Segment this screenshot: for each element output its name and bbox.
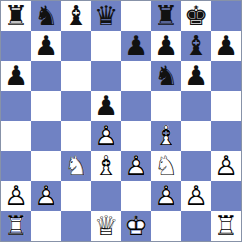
piece-black-pawn[interactable]: ♟ (211, 31, 241, 61)
piece-black-knight[interactable]: ♞ (151, 61, 181, 91)
piece-black-king[interactable]: ♚ (181, 1, 211, 31)
piece-white-pawn[interactable]: ♙ (31, 181, 61, 211)
piece-white-king[interactable]: ♔ (121, 211, 151, 241)
square-d3[interactable]: ♝♗ (91, 151, 121, 181)
square-g3[interactable] (181, 151, 211, 181)
piece-white-bishop[interactable]: ♗ (151, 121, 181, 151)
square-d5[interactable]: ♟ (91, 91, 121, 121)
square-h2[interactable] (211, 181, 241, 211)
square-c3[interactable]: ♞♘ (61, 151, 91, 181)
square-b4[interactable] (31, 121, 61, 151)
square-f3[interactable]: ♞♘ (151, 151, 181, 181)
square-b7[interactable]: ♟ (31, 31, 61, 61)
square-c4[interactable] (61, 121, 91, 151)
piece-black-rook[interactable]: ♜ (151, 1, 181, 31)
square-h7[interactable]: ♟ (211, 31, 241, 61)
square-e7[interactable]: ♟ (121, 31, 151, 61)
square-a2[interactable]: ♟♙ (1, 181, 31, 211)
piece-black-bishop[interactable]: ♝ (61, 1, 91, 31)
piece-white-pawn[interactable]: ♙ (211, 151, 241, 181)
square-g5[interactable] (181, 91, 211, 121)
square-e4[interactable] (121, 121, 151, 151)
square-a3[interactable] (1, 151, 31, 181)
square-e3[interactable]: ♟♙ (121, 151, 151, 181)
square-b8[interactable]: ♞ (31, 1, 61, 31)
square-e8[interactable] (121, 1, 151, 31)
piece-black-pawn[interactable]: ♟ (121, 31, 151, 61)
square-h6[interactable] (211, 61, 241, 91)
piece-black-pawn[interactable]: ♟ (181, 61, 211, 91)
piece-white-pawn[interactable]: ♙ (91, 121, 121, 151)
square-h8[interactable] (211, 1, 241, 31)
square-g2[interactable]: ♟♙ (181, 181, 211, 211)
piece-white-knight[interactable]: ♘ (61, 151, 91, 181)
square-b3[interactable] (31, 151, 61, 181)
square-h1[interactable]: ♜♖ (211, 211, 241, 241)
square-f8[interactable]: ♜ (151, 1, 181, 31)
square-f7[interactable]: ♟ (151, 31, 181, 61)
square-b5[interactable] (31, 91, 61, 121)
piece-black-bishop[interactable]: ♝ (181, 31, 211, 61)
square-h4[interactable] (211, 121, 241, 151)
piece-black-queen[interactable]: ♛ (91, 1, 121, 31)
square-f2[interactable]: ♟♙ (151, 181, 181, 211)
square-h5[interactable] (211, 91, 241, 121)
piece-white-pawn[interactable]: ♙ (1, 181, 31, 211)
square-e5[interactable] (121, 91, 151, 121)
piece-white-rook[interactable]: ♖ (1, 211, 31, 241)
chess-board: ♜♞♝♛♜♚♟♟♟♝♟♟♞♟♟♟♙♝♗♞♘♝♗♟♙♞♘♟♙♟♙♟♙♟♙♟♙♜♖♛… (0, 0, 242, 242)
square-a5[interactable] (1, 91, 31, 121)
piece-black-pawn[interactable]: ♟ (1, 61, 31, 91)
square-d6[interactable] (91, 61, 121, 91)
square-d8[interactable]: ♛ (91, 1, 121, 31)
square-a7[interactable] (1, 31, 31, 61)
square-e2[interactable] (121, 181, 151, 211)
piece-black-pawn[interactable]: ♟ (151, 31, 181, 61)
square-g4[interactable] (181, 121, 211, 151)
square-c6[interactable] (61, 61, 91, 91)
square-c2[interactable] (61, 181, 91, 211)
square-d7[interactable] (91, 31, 121, 61)
square-g7[interactable]: ♝ (181, 31, 211, 61)
piece-black-knight[interactable]: ♞ (31, 1, 61, 31)
square-a1[interactable]: ♜♖ (1, 211, 31, 241)
piece-black-pawn[interactable]: ♟ (31, 31, 61, 61)
square-a6[interactable]: ♟ (1, 61, 31, 91)
square-h3[interactable]: ♟♙ (211, 151, 241, 181)
square-e1[interactable]: ♚♔ (121, 211, 151, 241)
square-d4[interactable]: ♟♙ (91, 121, 121, 151)
square-b6[interactable] (31, 61, 61, 91)
square-f4[interactable]: ♝♗ (151, 121, 181, 151)
square-f1[interactable] (151, 211, 181, 241)
piece-white-knight[interactable]: ♘ (151, 151, 181, 181)
piece-white-pawn[interactable]: ♙ (151, 181, 181, 211)
square-b1[interactable] (31, 211, 61, 241)
piece-black-rook[interactable]: ♜ (1, 1, 31, 31)
piece-white-rook[interactable]: ♖ (211, 211, 241, 241)
square-c5[interactable] (61, 91, 91, 121)
square-d1[interactable]: ♛♕ (91, 211, 121, 241)
piece-white-pawn[interactable]: ♙ (121, 151, 151, 181)
square-a8[interactable]: ♜ (1, 1, 31, 31)
piece-white-bishop[interactable]: ♗ (91, 151, 121, 181)
square-c8[interactable]: ♝ (61, 1, 91, 31)
square-f6[interactable]: ♞ (151, 61, 181, 91)
square-g6[interactable]: ♟ (181, 61, 211, 91)
square-d2[interactable] (91, 181, 121, 211)
square-e6[interactable] (121, 61, 151, 91)
piece-white-queen[interactable]: ♕ (91, 211, 121, 241)
square-c7[interactable] (61, 31, 91, 61)
piece-white-pawn[interactable]: ♙ (181, 181, 211, 211)
square-g1[interactable] (181, 211, 211, 241)
square-a4[interactable] (1, 121, 31, 151)
piece-black-pawn[interactable]: ♟ (91, 91, 121, 121)
square-c1[interactable] (61, 211, 91, 241)
square-g8[interactable]: ♚ (181, 1, 211, 31)
square-b2[interactable]: ♟♙ (31, 181, 61, 211)
square-f5[interactable] (151, 91, 181, 121)
